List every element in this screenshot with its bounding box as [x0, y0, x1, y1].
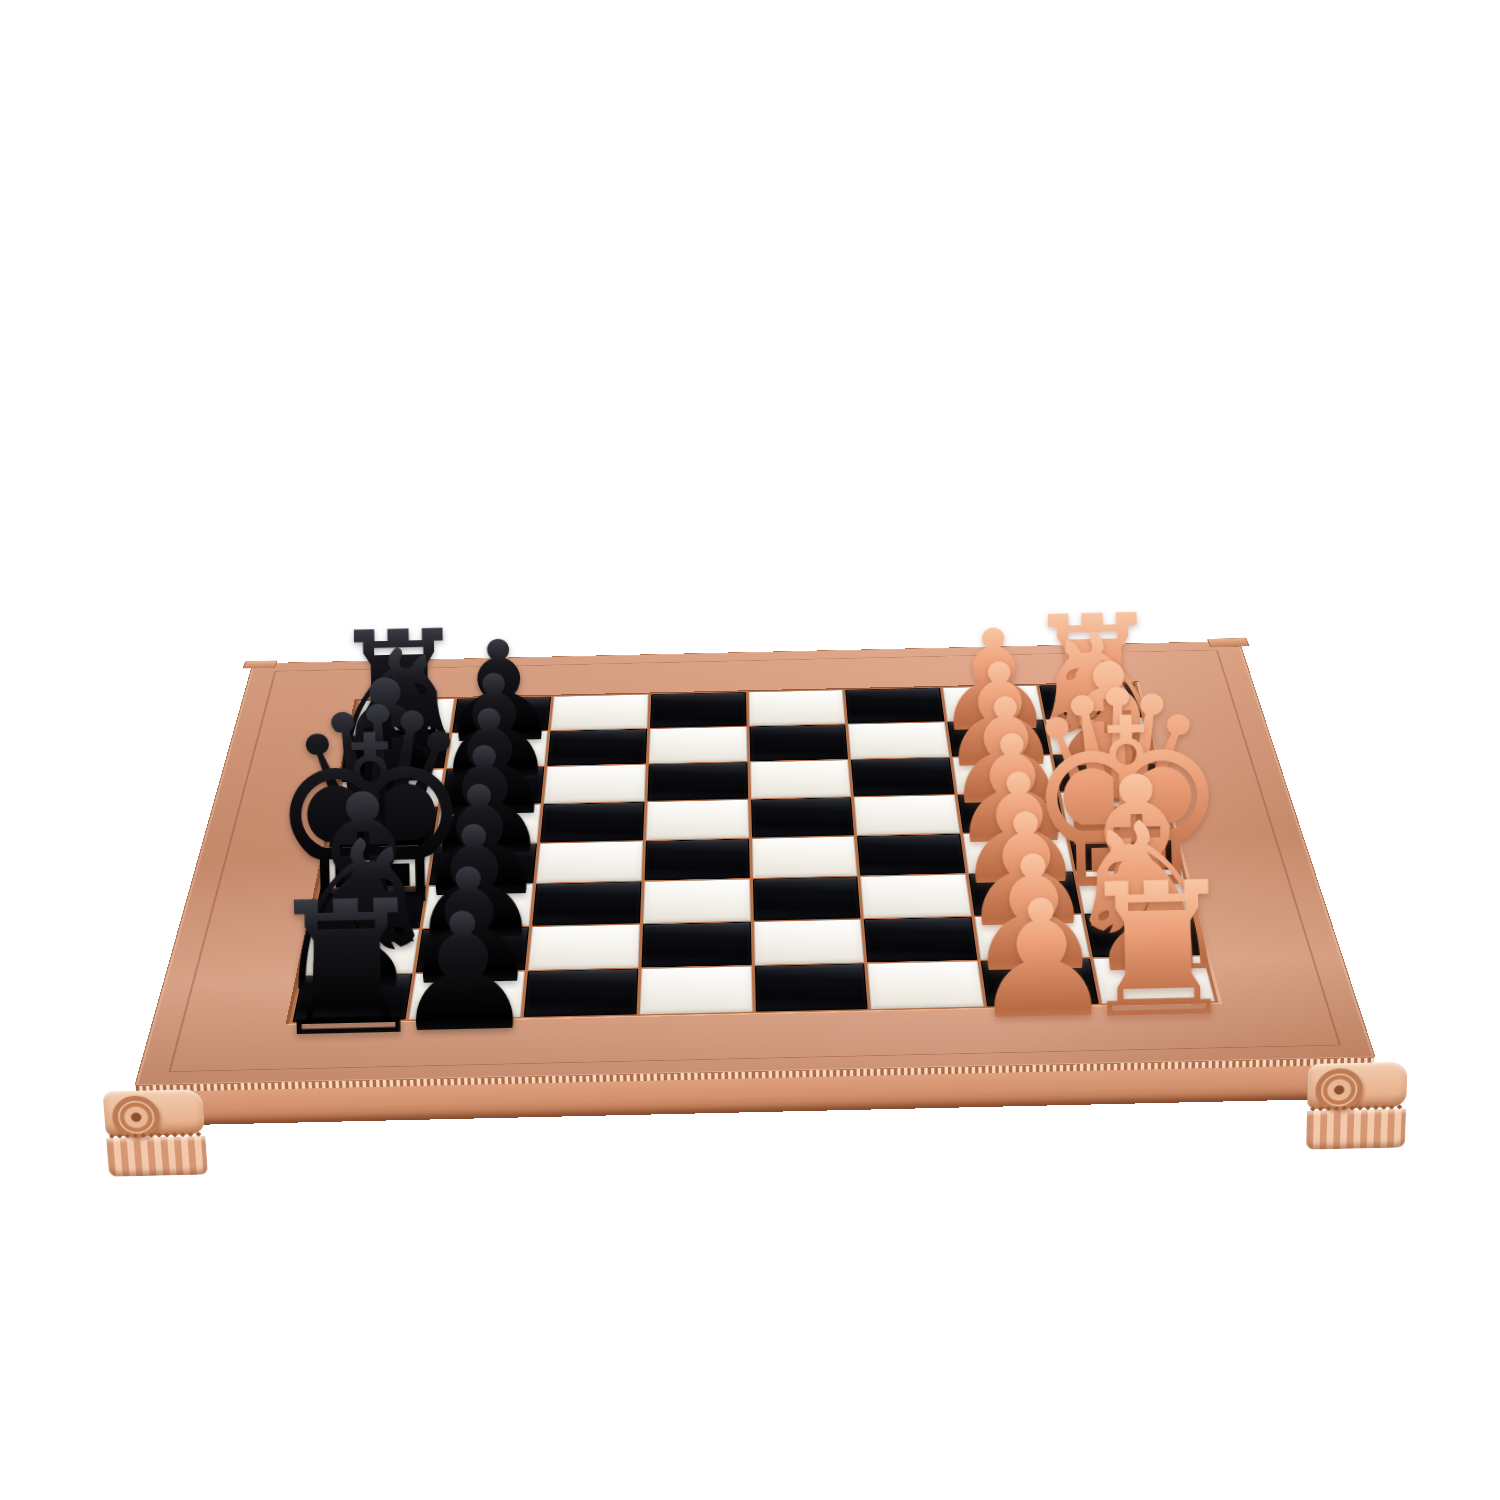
square-d3 [854, 795, 960, 835]
square-a6 [551, 694, 648, 730]
square-h3 [867, 961, 983, 1009]
square-d6 [540, 802, 644, 842]
foot-right [1306, 1062, 1408, 1150]
square-f4 [752, 877, 860, 921]
square-g5 [641, 922, 751, 968]
fluted-plinth [1306, 1109, 1406, 1150]
square-h4 [754, 964, 867, 1012]
fluted-plinth [106, 1136, 208, 1177]
square-e3 [857, 834, 965, 876]
volute-scroll-icon [102, 1089, 205, 1136]
square-f6 [533, 882, 642, 926]
square-f5 [643, 879, 750, 923]
square-d4 [751, 797, 854, 837]
square-d5 [646, 800, 749, 840]
square-c5 [647, 762, 747, 801]
square-h5 [640, 966, 752, 1014]
square-g3 [864, 917, 977, 963]
square-a4 [748, 690, 845, 725]
square-a3 [845, 688, 944, 723]
square-h6 [524, 969, 638, 1017]
square-b3 [848, 722, 949, 759]
square-h7: ♟ [408, 972, 525, 1020]
scene: ♜♟♟♜♞♟♟♞♝♟♟♝♛♟♟♛♚♟♟♚♝♟♟♝♞♟♟♞♜♟♟♜ [200, 288, 1300, 1388]
square-g4 [753, 919, 864, 965]
foot-left [102, 1089, 208, 1177]
volute-scroll-icon [1307, 1062, 1408, 1109]
square-g6 [528, 924, 639, 970]
square-c3 [851, 758, 954, 796]
corner-clasp-left-icon [243, 661, 278, 669]
board-grid: ♜♟♟♜♞♟♟♞♝♟♟♝♛♟♟♛♚♟♟♚♝♟♟♝♞♟♟♞♜♟♟♜ [285, 681, 1222, 1025]
page: { "game": "chess", "scene": "studio prod… [0, 0, 1500, 1500]
chess-board: ♜♟♟♜♞♟♟♞♝♟♟♝♛♟♟♛♚♟♟♚♝♟♟♝♞♟♟♞♜♟♟♜ [134, 641, 1375, 1086]
square-f3 [860, 874, 971, 918]
square-h2: ♟ [981, 959, 1100, 1007]
corner-clasp-right-icon [1207, 638, 1250, 648]
